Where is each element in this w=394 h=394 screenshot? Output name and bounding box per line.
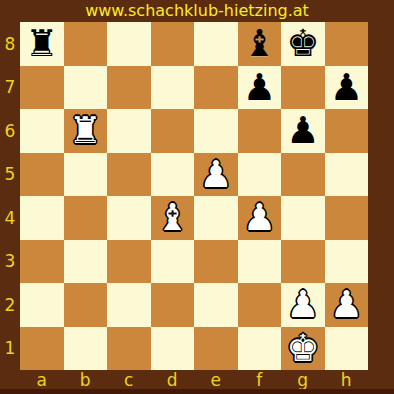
file-label-b: b — [64, 369, 108, 390]
square-h8[interactable] — [325, 22, 369, 66]
square-b5[interactable] — [64, 153, 108, 197]
square-b3[interactable] — [64, 240, 108, 284]
square-d6[interactable] — [151, 109, 195, 153]
square-e2[interactable] — [194, 283, 238, 327]
piece-white-pawn-e5[interactable]: ♟ — [199, 153, 232, 197]
rank-label-6: 6 — [0, 109, 20, 153]
square-f2[interactable] — [238, 283, 282, 327]
square-g5[interactable] — [281, 153, 325, 197]
square-h3[interactable] — [325, 240, 369, 284]
square-e7[interactable] — [194, 66, 238, 110]
square-h6[interactable] — [325, 109, 369, 153]
square-h4[interactable] — [325, 196, 369, 240]
square-a2[interactable] — [20, 283, 64, 327]
square-c8[interactable] — [107, 22, 151, 66]
square-h5[interactable] — [325, 153, 369, 197]
piece-white-pawn-h2[interactable]: ♟ — [330, 283, 363, 327]
square-a6[interactable] — [20, 109, 64, 153]
piece-white-rook-b6[interactable]: ♜ — [69, 109, 102, 153]
square-a5[interactable] — [20, 153, 64, 197]
square-a7[interactable] — [20, 66, 64, 110]
square-a3[interactable] — [20, 240, 64, 284]
square-b7[interactable] — [64, 66, 108, 110]
rank-label-8: 8 — [0, 22, 20, 66]
file-label-h: h — [325, 369, 369, 390]
square-b8[interactable] — [64, 22, 108, 66]
square-f7[interactable]: ♟ — [238, 66, 282, 110]
square-e1[interactable] — [194, 327, 238, 371]
file-label-f: f — [238, 369, 282, 390]
rank-label-5: 5 — [0, 153, 20, 197]
square-g8[interactable]: ♚ — [281, 22, 325, 66]
file-label-e: e — [194, 369, 238, 390]
square-f8[interactable]: ♝ — [238, 22, 282, 66]
square-d1[interactable] — [151, 327, 195, 371]
square-b1[interactable] — [64, 327, 108, 371]
chess-diagram-page: www.schachklub-hietzing.at 87654321 ♜♝♚♟… — [0, 0, 394, 394]
square-c2[interactable] — [107, 283, 151, 327]
square-a4[interactable] — [20, 196, 64, 240]
square-b6[interactable]: ♜ — [64, 109, 108, 153]
square-c3[interactable] — [107, 240, 151, 284]
piece-black-king-g8[interactable]: ♚ — [286, 22, 319, 66]
file-labels: abcdefgh — [20, 369, 368, 390]
square-h2[interactable]: ♟ — [325, 283, 369, 327]
rank-label-7: 7 — [0, 66, 20, 110]
rank-labels: 87654321 — [0, 22, 20, 370]
square-g7[interactable] — [281, 66, 325, 110]
piece-black-rook-a8[interactable]: ♜ — [25, 22, 58, 66]
square-c6[interactable] — [107, 109, 151, 153]
square-g6[interactable]: ♟ — [281, 109, 325, 153]
piece-white-pawn-g2[interactable]: ♟ — [286, 283, 319, 327]
rank-label-4: 4 — [0, 196, 20, 240]
piece-white-pawn-f4[interactable]: ♟ — [243, 196, 276, 240]
square-e8[interactable] — [194, 22, 238, 66]
square-b4[interactable] — [64, 196, 108, 240]
rank-label-1: 1 — [0, 327, 20, 371]
piece-black-pawn-h7[interactable]: ♟ — [330, 66, 363, 110]
piece-white-bishop-d4[interactable]: ♝ — [156, 196, 189, 240]
bottom-frame-edge — [0, 389, 394, 394]
file-label-c: c — [107, 369, 151, 390]
square-d4[interactable]: ♝ — [151, 196, 195, 240]
file-label-d: d — [151, 369, 195, 390]
square-c5[interactable] — [107, 153, 151, 197]
square-g3[interactable] — [281, 240, 325, 284]
piece-black-bishop-f8[interactable]: ♝ — [243, 22, 276, 66]
square-h7[interactable]: ♟ — [325, 66, 369, 110]
square-e5[interactable]: ♟ — [194, 153, 238, 197]
square-c1[interactable] — [107, 327, 151, 371]
square-c4[interactable] — [107, 196, 151, 240]
square-h1[interactable] — [325, 327, 369, 371]
square-e4[interactable] — [194, 196, 238, 240]
square-e3[interactable] — [194, 240, 238, 284]
square-f4[interactable]: ♟ — [238, 196, 282, 240]
square-d5[interactable] — [151, 153, 195, 197]
square-e6[interactable] — [194, 109, 238, 153]
square-c7[interactable] — [107, 66, 151, 110]
square-f6[interactable] — [238, 109, 282, 153]
square-g2[interactable]: ♟ — [281, 283, 325, 327]
square-f5[interactable] — [238, 153, 282, 197]
square-d7[interactable] — [151, 66, 195, 110]
file-label-a: a — [20, 369, 64, 390]
square-a8[interactable]: ♜ — [20, 22, 64, 66]
rank-label-3: 3 — [0, 240, 20, 284]
piece-black-pawn-g6[interactable]: ♟ — [286, 109, 319, 153]
square-f1[interactable] — [238, 327, 282, 371]
file-label-g: g — [281, 369, 325, 390]
square-b2[interactable] — [64, 283, 108, 327]
square-d2[interactable] — [151, 283, 195, 327]
piece-black-pawn-f7[interactable]: ♟ — [243, 66, 276, 110]
square-f3[interactable] — [238, 240, 282, 284]
rank-label-2: 2 — [0, 283, 20, 327]
piece-white-king-g1[interactable]: ♚ — [286, 327, 319, 371]
page-title: www.schachklub-hietzing.at — [0, 0, 394, 22]
square-g4[interactable] — [281, 196, 325, 240]
square-a1[interactable] — [20, 327, 64, 371]
square-g1[interactable]: ♚ — [281, 327, 325, 371]
square-d3[interactable] — [151, 240, 195, 284]
chess-board: ♜♝♚♟♟♜♟♟♝♟♟♟♚ — [20, 22, 368, 370]
square-d8[interactable] — [151, 22, 195, 66]
